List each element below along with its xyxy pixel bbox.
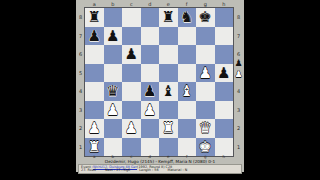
square-c6[interactable]: ♟ (122, 45, 141, 64)
square-h6[interactable] (215, 45, 234, 64)
square-c4[interactable] (122, 82, 141, 101)
square-g5[interactable]: ♟ (196, 64, 215, 83)
square-a5[interactable] (85, 64, 104, 83)
black-pawn-a7: ♟ (88, 27, 101, 46)
black-pawn-c6: ♟ (125, 45, 138, 64)
square-h2[interactable] (215, 119, 234, 138)
black-rook-a8: ♜ (88, 8, 101, 27)
square-h8[interactable] (215, 8, 234, 27)
square-b4[interactable]: ♛ (104, 82, 123, 101)
square-e8[interactable]: ♜ (159, 8, 178, 27)
square-f6[interactable] (178, 45, 197, 64)
square-a2[interactable]: ♟ (85, 119, 104, 138)
square-f8[interactable]: ♞ (178, 8, 197, 27)
rank-label-5: 5 (76, 64, 85, 83)
square-d7[interactable] (141, 27, 160, 46)
black-knight-f8: ♞ (180, 8, 193, 27)
square-e4[interactable]: ♝ (159, 82, 178, 101)
white-pawn-g5: ♟ (199, 64, 212, 83)
rank-label-7: 7 (76, 27, 85, 46)
rank-label-1: 1 (233, 138, 244, 157)
square-f7[interactable] (178, 27, 197, 46)
margin-piece-tray: ♟ ♟ (233, 58, 244, 80)
white-pawn-c2: ♟ (125, 119, 138, 138)
rank-label-6: 6 (76, 45, 85, 64)
square-e7[interactable] (159, 27, 178, 46)
square-e3[interactable] (159, 101, 178, 120)
square-a7[interactable]: ♟ (85, 27, 104, 46)
square-g6[interactable] (196, 45, 215, 64)
rank-labels-right: 87654321 (233, 8, 244, 156)
square-h5[interactable]: ♟ (215, 64, 234, 83)
rank-labels-left: 87654321 (76, 8, 85, 156)
move-line: 27. Rxe4 Next : 27...Kg6 Length : 56 Mat… (81, 169, 239, 173)
chess-board: ♜♜♞♚♟♟♟♟♟♛♟♝♝♟♟♟♟♜♛♜♚ (85, 8, 233, 156)
square-g3[interactable] (196, 101, 215, 120)
rank-label-8: 8 (233, 8, 244, 27)
material-balance: Material : N (168, 169, 188, 173)
square-e5[interactable] (159, 64, 178, 83)
rank-label-8: 8 (76, 8, 85, 27)
black-queen-b4: ♛ (106, 82, 119, 101)
square-f4[interactable]: ♝ (178, 82, 197, 101)
square-a3[interactable] (85, 101, 104, 120)
square-f2[interactable] (178, 119, 197, 138)
square-b2[interactable] (104, 119, 123, 138)
square-a8[interactable]: ♜ (85, 8, 104, 27)
rank-label-1: 1 (76, 138, 85, 157)
black-pawn-d4: ♟ (143, 82, 156, 101)
square-c2[interactable]: ♟ (122, 119, 141, 138)
square-d3[interactable]: ♟ (141, 101, 160, 120)
square-d5[interactable] (141, 64, 160, 83)
square-c3[interactable] (122, 101, 141, 120)
square-e2[interactable]: ♜ (159, 119, 178, 138)
black-king-g8: ♚ (199, 8, 212, 27)
square-b5[interactable] (104, 64, 123, 83)
black-pawn-icon: ♟ (234, 58, 242, 69)
rank-label-7: 7 (233, 27, 244, 46)
rank-label-4: 4 (233, 82, 244, 101)
current-move: 27. Rxe4 (81, 169, 96, 173)
white-bishop-f4: ♝ (180, 82, 193, 101)
square-b6[interactable] (104, 45, 123, 64)
square-f5[interactable] (178, 64, 197, 83)
rank-label-2: 2 (76, 119, 85, 138)
black-bishop-e4: ♝ (162, 82, 175, 101)
white-pawn-icon: ♟ (234, 69, 242, 80)
rank-label-4: 4 (76, 82, 85, 101)
white-pawn-d3: ♟ (143, 101, 156, 120)
game-length: Length : 56 (139, 169, 158, 173)
file-labels-top: abcdefgh (85, 0, 233, 8)
square-g7[interactable] (196, 27, 215, 46)
game-header: Oezdemir, Hugo (2145) - Kempff, Maria N … (78, 159, 242, 164)
square-d4[interactable]: ♟ (141, 82, 160, 101)
square-g4[interactable] (196, 82, 215, 101)
rank-label-3: 3 (233, 101, 244, 120)
game-info-box: Event : WchU12, Duisburg 48 Ger (1992, R… (78, 164, 242, 174)
white-pawn-b3: ♟ (106, 101, 119, 120)
video-frame: abcdefgh 87654321 ♜♜♞♚♟♟♟♟♟♛♟♝♝♟♟♟♟♜♛♜♚ … (0, 0, 320, 180)
square-d6[interactable] (141, 45, 160, 64)
square-h4[interactable] (215, 82, 234, 101)
chess-viewer: abcdefgh 87654321 ♜♜♞♚♟♟♟♟♟♛♟♝♝♟♟♟♟♜♛♜♚ … (76, 0, 244, 172)
square-a6[interactable] (85, 45, 104, 64)
square-d8[interactable] (141, 8, 160, 27)
square-h7[interactable] (215, 27, 234, 46)
black-rook-e8: ♜ (162, 8, 175, 27)
white-queen-g2: ♛ (199, 119, 212, 138)
square-d2[interactable] (141, 119, 160, 138)
square-b8[interactable] (104, 8, 123, 27)
square-h3[interactable] (215, 101, 234, 120)
square-f3[interactable] (178, 101, 197, 120)
square-c5[interactable] (122, 64, 141, 83)
square-e6[interactable] (159, 45, 178, 64)
black-pawn-b7: ♟ (106, 27, 119, 46)
black-pawn-h5: ♟ (217, 64, 230, 83)
next-move: Next : 27...Kg6 (105, 169, 130, 173)
white-rook-e2: ♜ (162, 119, 175, 138)
square-g8[interactable]: ♚ (196, 8, 215, 27)
rank-label-2: 2 (233, 119, 244, 138)
white-pawn-a2: ♟ (88, 119, 101, 138)
square-c8[interactable] (122, 8, 141, 27)
square-a4[interactable] (85, 82, 104, 101)
square-b3[interactable]: ♟ (104, 101, 123, 120)
rank-label-3: 3 (76, 101, 85, 120)
square-b7[interactable]: ♟ (104, 27, 123, 46)
square-c7[interactable] (122, 27, 141, 46)
square-g2[interactable]: ♛ (196, 119, 215, 138)
